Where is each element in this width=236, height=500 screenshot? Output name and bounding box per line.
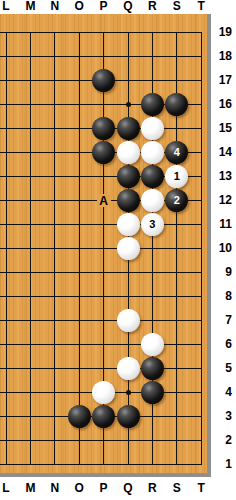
- white-stone-Q11[interactable]: [117, 213, 140, 236]
- row-label-13: 13: [212, 168, 232, 184]
- white-stone-R11[interactable]: 3: [141, 213, 164, 236]
- column-label-bottom-M: M: [21, 478, 39, 500]
- row-label-17: 17: [212, 72, 232, 88]
- column-label-top-T: T: [192, 0, 210, 13]
- black-stone-Q15[interactable]: [117, 117, 140, 140]
- black-stone-S14[interactable]: 4: [165, 141, 188, 164]
- white-stone-R12[interactable]: [141, 189, 164, 212]
- column-label-top-O: O: [70, 0, 88, 13]
- move-number-label: 2: [174, 189, 180, 212]
- row-label-8: 8: [212, 288, 232, 304]
- row-label-14: 14: [212, 144, 232, 160]
- star-point-Q4: [126, 390, 131, 395]
- row-label-4: 4: [212, 384, 232, 400]
- black-stone-R13[interactable]: [141, 165, 164, 188]
- go-board[interactable]: 4213A: [0, 14, 207, 473]
- row-label-2: 2: [212, 432, 232, 448]
- annotation-A: A: [97, 194, 111, 207]
- column-label-top-M: M: [21, 0, 39, 13]
- black-stone-S12[interactable]: 2: [165, 189, 188, 212]
- white-stone-R14[interactable]: [141, 141, 164, 164]
- row-label-15: 15: [212, 120, 232, 136]
- row-label-6: 6: [212, 336, 232, 352]
- row-label-1: 1: [212, 456, 232, 472]
- row-label-7: 7: [212, 312, 232, 328]
- black-stone-Q13[interactable]: [117, 165, 140, 188]
- move-number-label: 1: [174, 165, 180, 188]
- black-stone-Q3[interactable]: [117, 405, 140, 428]
- row-label-16: 16: [212, 96, 232, 112]
- board-shadow-bottom: [0, 473, 211, 477]
- white-stone-Q7[interactable]: [117, 309, 140, 332]
- column-label-bottom-L: L: [0, 478, 15, 500]
- black-stone-P17[interactable]: [92, 69, 115, 92]
- column-label-bottom-P: P: [95, 478, 113, 500]
- column-label-bottom-R: R: [143, 478, 161, 500]
- white-stone-Q14[interactable]: [117, 141, 140, 164]
- grid-line-col-M: [30, 32, 31, 465]
- black-stone-P15[interactable]: [92, 117, 115, 140]
- row-label-11: 11: [212, 216, 232, 232]
- row-label-5: 5: [212, 360, 232, 376]
- black-stone-R5[interactable]: [141, 357, 164, 380]
- black-stone-R16[interactable]: [141, 93, 164, 116]
- row-label-10: 10: [212, 240, 232, 256]
- column-label-bottom-T: T: [192, 478, 210, 500]
- white-stone-Q10[interactable]: [117, 237, 140, 260]
- column-label-bottom-N: N: [46, 478, 64, 500]
- column-label-bottom-Q: Q: [119, 478, 137, 500]
- column-label-bottom-O: O: [70, 478, 88, 500]
- column-label-top-R: R: [143, 0, 161, 13]
- white-stone-Q5[interactable]: [117, 357, 140, 380]
- white-stone-P4[interactable]: [92, 381, 115, 404]
- row-label-9: 9: [212, 264, 232, 280]
- white-stone-S13[interactable]: 1: [165, 165, 188, 188]
- grid-line-col-T: [201, 32, 202, 465]
- go-board-diagram: 4213A LMNOPQRST LMNOPQRST 19181716151413…: [0, 0, 236, 500]
- black-stone-Q12[interactable]: [117, 189, 140, 212]
- grid-line-col-L: [6, 32, 7, 465]
- move-number-label: 3: [149, 213, 155, 236]
- column-label-top-N: N: [46, 0, 64, 13]
- move-number-label: 4: [174, 141, 180, 164]
- board-shadow-right: [207, 14, 211, 477]
- black-stone-R4[interactable]: [141, 381, 164, 404]
- black-stone-P3[interactable]: [92, 405, 115, 428]
- black-stone-P14[interactable]: [92, 141, 115, 164]
- white-stone-R6[interactable]: [141, 333, 164, 356]
- column-label-top-S: S: [168, 0, 186, 13]
- white-stone-R15[interactable]: [141, 117, 164, 140]
- grid-line-col-N: [54, 32, 55, 465]
- star-point-Q16: [126, 102, 131, 107]
- column-label-top-P: P: [95, 0, 113, 13]
- row-label-19: 19: [212, 24, 232, 40]
- column-label-bottom-S: S: [168, 478, 186, 500]
- row-label-18: 18: [212, 48, 232, 64]
- black-stone-O3[interactable]: [68, 405, 91, 428]
- column-label-top-L: L: [0, 0, 15, 13]
- grid-line-col-O: [79, 32, 80, 465]
- row-label-3: 3: [212, 408, 232, 424]
- column-label-top-Q: Q: [119, 0, 137, 13]
- black-stone-S16[interactable]: [165, 93, 188, 116]
- row-label-12: 12: [212, 192, 232, 208]
